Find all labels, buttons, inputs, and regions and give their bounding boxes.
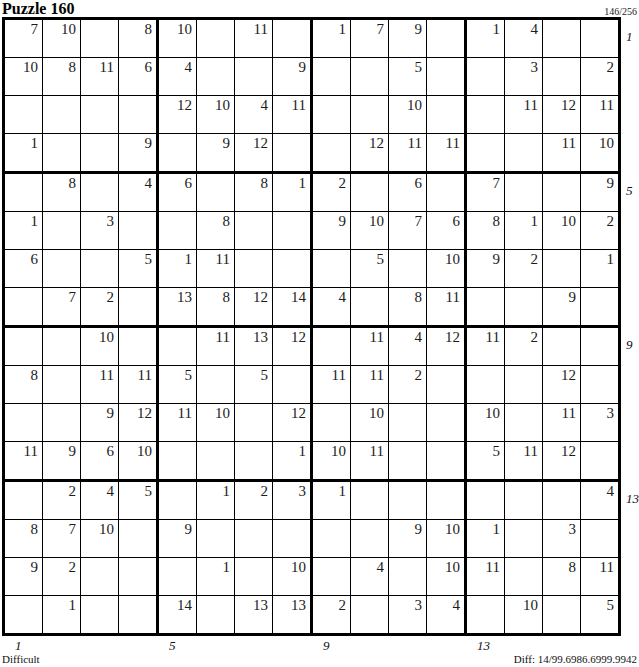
cell-r4c9[interactable] [313,134,350,171]
cell-r13c1[interactable] [5,482,42,519]
cell-r10c14[interactable] [505,366,542,403]
cell-r15c4[interactable] [119,558,156,595]
cell-r4c13[interactable] [467,134,504,171]
cell-r2c3[interactable]: 11 [81,58,118,95]
cell-r13c12[interactable] [427,482,464,519]
cell-r7c8[interactable] [273,250,310,287]
cell-r11c6[interactable]: 10 [197,404,234,441]
cell-r15c15[interactable]: 8 [543,558,580,595]
cell-r14c2[interactable]: 7 [43,520,80,557]
cell-r3c5[interactable]: 12 [159,96,196,133]
cell-r6c11[interactable]: 7 [389,212,426,249]
cell-r2c6[interactable] [197,58,234,95]
box-r1c3: 179510121111 [313,20,464,171]
cell-r10c16[interactable] [581,366,618,403]
cell-r6c13[interactable]: 8 [467,212,504,249]
cell-r14c10[interactable] [351,520,388,557]
cell-r2c8[interactable]: 9 [273,58,310,95]
cell-r2c13[interactable] [467,58,504,95]
cell-r7c14[interactable]: 2 [505,250,542,287]
cell-r6c3[interactable]: 3 [81,212,118,249]
cell-r13c7[interactable]: 2 [235,482,272,519]
cell-r10c6[interactable] [197,366,234,403]
cell-r8c3[interactable]: 2 [81,288,118,325]
cell-r2c4[interactable]: 6 [119,58,156,95]
cell-r2c5[interactable]: 4 [159,58,196,95]
cell-r3c7[interactable]: 4 [235,96,272,133]
box-r3c3: 1141211112101011 [313,328,464,479]
col-label-9: 9 [323,638,330,654]
box-r4c2: 1239110141313 [159,482,310,633]
page-title: Puzzle 160 [2,0,74,18]
cell-r5c14[interactable] [505,174,542,211]
cell-r15c11[interactable] [389,558,426,595]
cell-r14c3[interactable]: 10 [81,520,118,557]
cell-r15c9[interactable] [313,558,350,595]
cell-r12c6[interactable] [197,442,234,479]
cell-r7c6[interactable]: 11 [197,250,234,287]
cell-r8c13[interactable] [467,288,504,325]
cell-r13c9[interactable]: 1 [313,482,350,519]
cell-r6c4[interactable] [119,212,156,249]
cell-r5c4[interactable]: 4 [119,174,156,211]
cell-r14c8[interactable] [273,520,310,557]
cell-r3c11[interactable]: 10 [389,96,426,133]
cell-r7c11[interactable] [389,250,426,287]
cell-r13c15[interactable] [543,482,580,519]
cell-r3c1[interactable] [5,96,42,133]
cell-r11c16[interactable]: 3 [581,404,618,441]
cell-r7c12[interactable]: 10 [427,250,464,287]
box-r2c2: 68181111381214 [159,174,310,325]
cell-r12c4[interactable]: 10 [119,442,156,479]
cell-r5c8[interactable]: 1 [273,174,310,211]
cell-r4c2[interactable] [43,134,80,171]
box-r4c1: 2458710921 [5,482,156,633]
cell-r16c5[interactable]: 14 [159,596,196,633]
cell-r16c14[interactable]: 10 [505,596,542,633]
cell-r15c16[interactable]: 11 [581,558,618,595]
cell-r16c2[interactable]: 1 [43,596,80,633]
cell-r3c14[interactable]: 11 [505,96,542,133]
cell-r15c14[interactable] [505,558,542,595]
cell-r15c12[interactable]: 10 [427,558,464,595]
cell-r3c9[interactable] [313,96,350,133]
cell-r1c3[interactable] [81,20,118,57]
cell-r8c7[interactable]: 12 [235,288,272,325]
cell-r9c3[interactable]: 10 [81,328,118,365]
cell-r5c16[interactable]: 9 [581,174,618,211]
cell-r2c7[interactable] [235,58,272,95]
cell-r10c12[interactable] [427,366,464,403]
cell-r14c4[interactable] [119,520,156,557]
cell-r9c12[interactable]: 12 [427,328,464,365]
cell-r8c12[interactable]: 11 [427,288,464,325]
cell-r2c11[interactable]: 5 [389,58,426,95]
cell-r4c1[interactable]: 1 [5,134,42,171]
cell-r1c14[interactable]: 4 [505,20,542,57]
cell-r16c9[interactable]: 2 [313,596,350,633]
cell-r5c11[interactable]: 6 [389,174,426,211]
cell-r7c13[interactable]: 9 [467,250,504,287]
cell-r8c14[interactable] [505,288,542,325]
cell-r6c9[interactable]: 9 [313,212,350,249]
cell-r12c7[interactable] [235,442,272,479]
cell-r2c2[interactable]: 8 [43,58,80,95]
cell-r16c12[interactable]: 4 [427,596,464,633]
cell-r6c15[interactable]: 10 [543,212,580,249]
cell-r16c16[interactable]: 5 [581,596,618,633]
cell-r6c12[interactable]: 6 [427,212,464,249]
cell-r4c6[interactable]: 9 [197,134,234,171]
cell-r8c8[interactable]: 14 [273,288,310,325]
cell-r7c7[interactable] [235,250,272,287]
cell-r6c7[interactable] [235,212,272,249]
cell-r12c14[interactable]: 11 [505,442,542,479]
cell-r10c10[interactable]: 11 [351,366,388,403]
cell-r4c14[interactable] [505,134,542,171]
cell-r8c16[interactable] [581,288,618,325]
cell-r16c15[interactable] [543,596,580,633]
cell-r14c7[interactable] [235,520,272,557]
cell-r4c12[interactable]: 11 [427,134,464,171]
cell-r3c6[interactable]: 10 [197,96,234,133]
cell-r10c2[interactable] [43,366,80,403]
cell-r10c8[interactable] [273,366,310,403]
row-label-9: 9 [626,337,639,353]
cell-r11c10[interactable]: 10 [351,404,388,441]
cell-r5c2[interactable]: 8 [43,174,80,211]
cell-r16c13[interactable] [467,596,504,633]
cell-r12c15[interactable]: 12 [543,442,580,479]
cell-r6c2[interactable] [43,212,80,249]
cell-r10c4[interactable]: 11 [119,366,156,403]
cell-r11c12[interactable] [427,404,464,441]
cell-r11c2[interactable] [43,404,80,441]
cell-r14c9[interactable] [313,520,350,557]
cell-r1c16[interactable] [581,20,618,57]
cell-r11c15[interactable]: 11 [543,404,580,441]
cell-r8c1[interactable] [5,288,42,325]
cell-r1c11[interactable]: 9 [389,20,426,57]
box-r2c4: 79811029219 [467,174,618,325]
cell-r3c8[interactable]: 11 [273,96,310,133]
cell-r5c7[interactable]: 8 [235,174,272,211]
cell-r16c7[interactable]: 13 [235,596,272,633]
box-r1c1: 710810811619 [5,20,156,171]
cell-r1c5[interactable]: 10 [159,20,196,57]
cell-r9c13[interactable]: 11 [467,328,504,365]
cell-r1c12[interactable] [427,20,464,57]
cell-r2c9[interactable] [313,58,350,95]
cell-r6c16[interactable]: 2 [581,212,618,249]
cell-r10c5[interactable]: 5 [159,366,196,403]
cell-r3c16[interactable]: 11 [581,96,618,133]
cell-r14c12[interactable]: 10 [427,520,464,557]
cell-r5c9[interactable]: 2 [313,174,350,211]
cell-r12c16[interactable] [581,442,618,479]
cell-r1c8[interactable] [273,20,310,57]
cell-r7c2[interactable] [43,250,80,287]
cell-r16c4[interactable] [119,596,156,633]
cell-r4c10[interactable]: 12 [351,134,388,171]
row-label-5: 5 [626,183,639,199]
cell-r5c10[interactable] [351,174,388,211]
cell-r13c8[interactable]: 3 [273,482,310,519]
cell-r16c1[interactable] [5,596,42,633]
cell-r12c8[interactable]: 1 [273,442,310,479]
cell-r1c6[interactable] [197,20,234,57]
cell-r9c6[interactable]: 11 [197,328,234,365]
box-r2c3: 26910765104811 [313,174,464,325]
cell-r4c15[interactable]: 11 [543,134,580,171]
cell-r3c4[interactable] [119,96,156,133]
cell-r13c3[interactable]: 4 [81,482,118,519]
cell-r4c5[interactable] [159,134,196,171]
cell-r8c15[interactable]: 9 [543,288,580,325]
cell-r16c3[interactable] [81,596,118,633]
cell-r6c5[interactable] [159,212,196,249]
cell-r6c6[interactable]: 8 [197,212,234,249]
cell-r4c8[interactable] [273,134,310,171]
cell-r13c10[interactable] [351,482,388,519]
cell-r12c3[interactable]: 6 [81,442,118,479]
cell-r10c1[interactable]: 8 [5,366,42,403]
cell-r11c3[interactable]: 9 [81,404,118,441]
cell-r7c10[interactable]: 5 [351,250,388,287]
box-r4c3: 1910410234 [313,482,464,633]
col-label-1: 1 [15,638,22,654]
cell-r15c8[interactable]: 10 [273,558,310,595]
difficulty-score: Diff: 14/99.6986.6999.9942 [514,653,637,665]
cell-r10c11[interactable]: 2 [389,366,426,403]
cell-r1c1[interactable]: 7 [5,20,42,57]
cell-r2c12[interactable] [427,58,464,95]
cell-r13c4[interactable]: 5 [119,482,156,519]
cell-r8c2[interactable]: 7 [43,288,80,325]
cell-r5c1[interactable] [5,174,42,211]
cell-r14c1[interactable]: 8 [5,520,42,557]
cell-r4c7[interactable]: 12 [235,134,272,171]
cell-r10c15[interactable]: 12 [543,366,580,403]
cell-r4c11[interactable]: 11 [389,134,426,171]
box-r2c1: 84136572 [5,174,156,325]
cell-r16c6[interactable] [197,596,234,633]
cell-r1c4[interactable]: 8 [119,20,156,57]
cell-r12c12[interactable] [427,442,464,479]
box-r4c4: 41311811105 [467,482,618,633]
puzzle-page: Puzzle 160 146/256 710810811619101149121… [0,0,639,667]
cell-r12c2[interactable]: 9 [43,442,80,479]
cell-r11c8[interactable]: 12 [273,404,310,441]
cell-r11c5[interactable]: 11 [159,404,196,441]
cell-r1c2[interactable]: 10 [43,20,80,57]
cell-r9c5[interactable] [159,328,196,365]
cell-r9c8[interactable]: 12 [273,328,310,365]
cell-r14c6[interactable] [197,520,234,557]
cell-r5c15[interactable] [543,174,580,211]
cell-r15c6[interactable]: 1 [197,558,234,595]
cell-r8c11[interactable]: 8 [389,288,426,325]
row-label-1: 1 [626,29,639,45]
cell-r7c3[interactable] [81,250,118,287]
cell-r9c14[interactable]: 2 [505,328,542,365]
cell-r13c14[interactable] [505,482,542,519]
givens-counter: 146/256 [604,6,637,17]
cell-r7c4[interactable]: 5 [119,250,156,287]
cell-r8c5[interactable]: 13 [159,288,196,325]
cell-r7c5[interactable]: 1 [159,250,196,287]
sudoku-board: 7108108116191011491210411912179510121111… [2,17,621,636]
cell-r11c13[interactable]: 10 [467,404,504,441]
cell-r10c9[interactable]: 11 [313,366,350,403]
cell-r10c3[interactable]: 11 [81,366,118,403]
cell-r9c2[interactable] [43,328,80,365]
cell-r9c9[interactable] [313,328,350,365]
cell-r8c10[interactable] [351,288,388,325]
cell-r3c3[interactable] [81,96,118,133]
col-label-5: 5 [169,638,176,654]
cell-r15c3[interactable] [81,558,118,595]
cell-r11c1[interactable] [5,404,42,441]
cell-r9c11[interactable]: 4 [389,328,426,365]
cell-r13c11[interactable] [389,482,426,519]
cell-r2c10[interactable] [351,58,388,95]
cell-r14c11[interactable]: 9 [389,520,426,557]
cell-r1c9[interactable]: 1 [313,20,350,57]
cell-r13c16[interactable]: 4 [581,482,618,519]
cell-r16c10[interactable] [351,596,388,633]
cell-r4c16[interactable]: 10 [581,134,618,171]
cell-r2c16[interactable]: 2 [581,58,618,95]
cell-r11c9[interactable] [313,404,350,441]
box-r1c4: 14321112111110 [467,20,618,171]
box-r3c1: 1081111912119610 [5,328,156,479]
cell-r3c12[interactable] [427,96,464,133]
cell-r6c1[interactable]: 1 [5,212,42,249]
cell-r12c1[interactable]: 11 [5,442,42,479]
cell-r15c2[interactable]: 2 [43,558,80,595]
cell-r3c2[interactable] [43,96,80,133]
cell-r1c7[interactable]: 11 [235,20,272,57]
cell-r10c7[interactable]: 5 [235,366,272,403]
cell-r9c16[interactable] [581,328,618,365]
cell-r14c15[interactable]: 3 [543,520,580,557]
cell-r7c15[interactable] [543,250,580,287]
cell-r13c6[interactable]: 1 [197,482,234,519]
cell-r5c13[interactable]: 7 [467,174,504,211]
cell-r5c12[interactable] [427,174,464,211]
row-label-13: 13 [626,491,639,507]
box-r3c2: 111312551110121 [159,328,310,479]
cell-r8c6[interactable]: 8 [197,288,234,325]
cell-r6c8[interactable] [273,212,310,249]
box-r1c2: 1011491210411912 [159,20,310,171]
cell-r16c8[interactable]: 13 [273,596,310,633]
cell-r9c1[interactable] [5,328,42,365]
cell-r2c15[interactable] [543,58,580,95]
cell-r9c10[interactable]: 11 [351,328,388,365]
cell-r12c13[interactable]: 5 [467,442,504,479]
cell-r11c7[interactable] [235,404,272,441]
cell-r8c9[interactable]: 4 [313,288,350,325]
cell-r3c15[interactable]: 12 [543,96,580,133]
cell-r7c1[interactable]: 6 [5,250,42,287]
cell-r7c9[interactable] [313,250,350,287]
cell-r9c7[interactable]: 13 [235,328,272,365]
cell-r3c13[interactable] [467,96,504,133]
cell-r12c5[interactable] [159,442,196,479]
col-label-13: 13 [477,638,490,654]
cell-r5c5[interactable]: 6 [159,174,196,211]
cell-r3c10[interactable] [351,96,388,133]
cell-r12c9[interactable]: 10 [313,442,350,479]
cell-r2c14[interactable]: 3 [505,58,542,95]
cell-r11c14[interactable] [505,404,542,441]
cell-r6c10[interactable]: 10 [351,212,388,249]
cell-r15c13[interactable]: 11 [467,558,504,595]
cell-r2c1[interactable]: 10 [5,58,42,95]
cell-r15c5[interactable] [159,558,196,595]
cell-r9c15[interactable] [543,328,580,365]
cell-r12c10[interactable]: 11 [351,442,388,479]
cell-r1c10[interactable]: 7 [351,20,388,57]
cell-r16c11[interactable]: 3 [389,596,426,633]
cell-r10c13[interactable] [467,366,504,403]
cell-r11c4[interactable]: 12 [119,404,156,441]
cell-r12c11[interactable] [389,442,426,479]
cell-r4c3[interactable] [81,134,118,171]
cell-r7c16[interactable]: 1 [581,250,618,287]
cell-r15c7[interactable] [235,558,272,595]
cell-r14c14[interactable] [505,520,542,557]
cell-r9c4[interactable] [119,328,156,365]
cell-r13c13[interactable] [467,482,504,519]
cell-r4c4[interactable]: 9 [119,134,156,171]
box-r3c4: 112121011351112 [467,328,618,479]
cell-r8c4[interactable] [119,288,156,325]
cell-r15c1[interactable]: 9 [5,558,42,595]
cell-r14c5[interactable]: 9 [159,520,196,557]
cell-r5c6[interactable] [197,174,234,211]
cell-r15c10[interactable]: 4 [351,558,388,595]
cell-r13c5[interactable] [159,482,196,519]
cell-r1c15[interactable] [543,20,580,57]
difficulty-label: Difficult [2,653,40,665]
cell-r6c14[interactable]: 1 [505,212,542,249]
cell-r5c3[interactable] [81,174,118,211]
cell-r13c2[interactable]: 2 [43,482,80,519]
cell-r11c11[interactable] [389,404,426,441]
cell-r14c13[interactable]: 1 [467,520,504,557]
cell-r1c13[interactable]: 1 [467,20,504,57]
cell-r14c16[interactable] [581,520,618,557]
